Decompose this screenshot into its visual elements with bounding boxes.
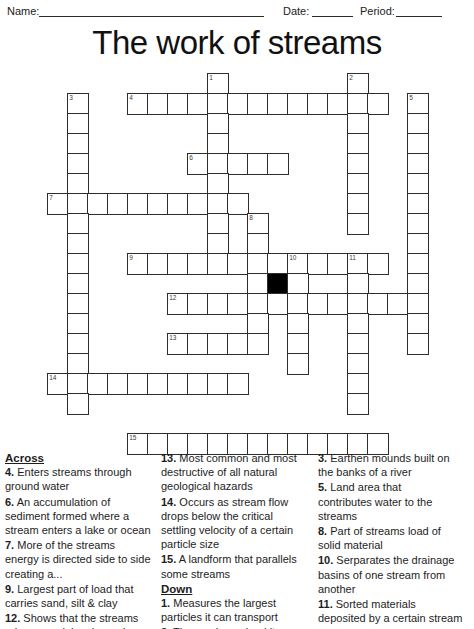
cell-number-10: 10 — [289, 254, 296, 261]
grid-cell[interactable] — [67, 193, 89, 215]
grid-cell[interactable] — [207, 113, 229, 135]
grid-cell[interactable] — [207, 93, 229, 115]
across-heading: Across — [5, 451, 159, 465]
grid-cell[interactable] — [247, 293, 269, 315]
clue-number: 9. — [5, 583, 14, 595]
grid-cell[interactable] — [347, 393, 369, 415]
grid-cell[interactable] — [67, 353, 89, 375]
clue-text: Land area that contributes water to the … — [318, 481, 432, 521]
grid-cell[interactable] — [227, 253, 249, 275]
grid-cell[interactable] — [207, 153, 229, 175]
grid-cell[interactable] — [227, 93, 249, 115]
grid-cell[interactable] — [207, 333, 229, 355]
grid-cell[interactable] — [67, 253, 89, 275]
clue-text: Serparates the drainage basins of one st… — [318, 554, 454, 594]
grid-cell[interactable] — [287, 93, 309, 115]
clue-down-8: 8. Part of streams load of solid materia… — [318, 524, 474, 552]
grid-cell[interactable] — [207, 193, 229, 215]
cell-number-1: 1 — [209, 74, 213, 81]
grid-cell[interactable] — [247, 333, 269, 355]
grid-cell[interactable] — [227, 153, 249, 175]
clue-number: 1. — [161, 597, 170, 609]
grid-cell[interactable] — [407, 113, 429, 135]
grid-cell[interactable] — [347, 113, 369, 135]
grid-cell[interactable] — [207, 213, 229, 235]
clue-down-10: 10. Serparates the drainage basins of on… — [318, 553, 474, 596]
grid-cell[interactable] — [207, 293, 229, 315]
grid-cell[interactable] — [147, 253, 169, 275]
grid-cell[interactable] — [247, 233, 269, 255]
grid-cell[interactable] — [347, 273, 369, 295]
cell-number-2: 2 — [349, 74, 353, 81]
grid-cell[interactable] — [67, 133, 89, 155]
clue-across-9: 9. Largest part of load that carries san… — [5, 582, 159, 610]
grid-cell[interactable] — [127, 193, 149, 215]
page-title: The work of streams — [0, 24, 474, 62]
grid-cell[interactable] — [307, 93, 329, 115]
grid-cell[interactable] — [87, 193, 109, 215]
grid-cell[interactable] — [67, 373, 89, 395]
grid-cell[interactable] — [307, 253, 329, 275]
clue-number: 4. — [5, 466, 14, 478]
grid-cell[interactable] — [187, 253, 209, 275]
grid-cell[interactable] — [67, 213, 89, 235]
clue-text: Sorted materials deposited by a certain … — [318, 598, 462, 624]
grid-cell[interactable] — [67, 293, 89, 315]
grid-cell[interactable] — [247, 253, 269, 275]
clue-number: 12. — [5, 612, 20, 624]
clue-number: 5. — [318, 481, 327, 493]
clues-column-middle: 13. Most common and most destructive of … — [161, 451, 318, 629]
grid-cell[interactable] — [407, 253, 429, 275]
cell-number-9: 9 — [129, 254, 133, 261]
clue-number: 8. — [318, 525, 327, 537]
grid-cell[interactable] — [347, 93, 369, 115]
clues-column-right: 3. Earthen mounds built on the banks of … — [318, 451, 474, 626]
grid-cell[interactable] — [347, 153, 369, 175]
grid-cell[interactable] — [187, 373, 209, 395]
grid-cell[interactable] — [267, 93, 289, 115]
grid-cell[interactable] — [347, 313, 369, 335]
clue-across-4: 4. Enters streams through ground water — [5, 465, 159, 493]
clue-down-2: 2. The maximum load it can carry — [161, 625, 318, 629]
cell-number-14: 14 — [49, 374, 56, 381]
grid-cell[interactable] — [67, 273, 89, 295]
clue-text: An accumulation of sediment formed where… — [5, 496, 151, 536]
date-label: Date: — [283, 5, 309, 17]
name-label: Name: — [7, 5, 39, 17]
clue-across-13: 13. Most common and most destructive of … — [161, 451, 318, 494]
grid-cell[interactable] — [167, 193, 189, 215]
grid-cell[interactable] — [107, 373, 129, 395]
clue-text: Enters streams through ground water — [5, 466, 132, 492]
grid-cell[interactable] — [227, 293, 249, 315]
grid-cell[interactable] — [207, 173, 229, 195]
grid-cell[interactable] — [247, 313, 269, 335]
clue-text: Shows that the streams primary work has … — [5, 612, 146, 629]
clue-number: 10. — [318, 554, 333, 566]
clues-column-left: Across4. Enters streams through ground w… — [5, 451, 159, 629]
cell-number-13: 13 — [169, 334, 176, 341]
grid-cell[interactable] — [67, 313, 89, 335]
grid-cell[interactable] — [67, 173, 89, 195]
cell-number-7: 7 — [49, 194, 53, 201]
period-blank-line[interactable] — [396, 2, 442, 17]
grid-cell[interactable] — [187, 93, 209, 115]
grid-cell[interactable] — [147, 373, 169, 395]
grid-cell[interactable] — [247, 273, 269, 295]
black-cell — [267, 273, 289, 295]
grid-cell[interactable] — [227, 333, 249, 355]
clue-text: Part of streams load of solid material — [318, 525, 441, 551]
grid-cell[interactable] — [267, 293, 289, 315]
clue-text: A landform that parallels some streams — [161, 553, 297, 579]
grid-cell[interactable] — [87, 373, 109, 395]
clue-number: 14. — [161, 496, 176, 508]
grid-cell[interactable] — [147, 193, 169, 215]
clue-text: Most common and most destructive of all … — [161, 452, 297, 492]
grid-cell[interactable] — [67, 233, 89, 255]
grid-cell[interactable] — [67, 113, 89, 135]
grid-cell[interactable] — [347, 133, 369, 155]
clue-down-1: 1. Measures the largest particles it can… — [161, 596, 318, 624]
grid-cell[interactable] — [407, 153, 429, 175]
grid-cell[interactable] — [287, 313, 309, 335]
grid-cell[interactable] — [207, 133, 229, 155]
clue-across-14: 14. Occurs as stream flow drops below th… — [161, 495, 318, 552]
grid-cell[interactable] — [67, 153, 89, 175]
clue-across-7: 7. More of the streams energy is directe… — [5, 538, 159, 581]
period-label: Period: — [360, 5, 395, 17]
grid-cell[interactable] — [367, 253, 389, 275]
cell-number-3: 3 — [69, 94, 73, 101]
grid-cell[interactable] — [207, 373, 229, 395]
grid-cell[interactable] — [407, 213, 429, 235]
grid-cell[interactable] — [327, 253, 349, 275]
grid-cell[interactable] — [167, 253, 189, 275]
grid-cell[interactable] — [407, 193, 429, 215]
clue-text: Largest part of load that carries sand, … — [5, 583, 133, 609]
grid-cell[interactable] — [347, 193, 369, 215]
grid-cell[interactable] — [287, 273, 309, 295]
grid-cell[interactable] — [407, 133, 429, 155]
grid-cell[interactable] — [187, 193, 209, 215]
grid-cell[interactable] — [407, 313, 429, 335]
grid-cell[interactable] — [187, 293, 209, 315]
cell-number-5: 5 — [409, 94, 413, 101]
clue-across-12: 12. Shows that the streams primary work … — [5, 611, 159, 629]
grid-cell[interactable] — [367, 293, 389, 315]
clue-text: More of the streams energy is directed s… — [5, 539, 151, 579]
crossword-grid: 123456789101112131415 — [47, 73, 430, 456]
cell-number-8: 8 — [249, 214, 253, 221]
clue-number: 15. — [161, 553, 176, 565]
grid-cell[interactable] — [267, 153, 289, 175]
grid-cell[interactable] — [347, 373, 369, 395]
grid-cell[interactable] — [387, 293, 409, 315]
clue-number: 7. — [5, 539, 14, 551]
grid-cell[interactable] — [267, 253, 289, 275]
grid-cell[interactable] — [167, 373, 189, 395]
grid-cell[interactable] — [207, 233, 229, 255]
grid-cell[interactable] — [347, 333, 369, 355]
grid-cell[interactable] — [407, 333, 429, 355]
grid-cell[interactable] — [207, 253, 229, 275]
grid-cell[interactable] — [347, 353, 369, 375]
grid-cell[interactable] — [347, 213, 369, 235]
cell-number-15: 15 — [129, 434, 136, 441]
grid-cell[interactable] — [247, 93, 269, 115]
grid-cell[interactable] — [327, 93, 349, 115]
grid-cell[interactable] — [347, 173, 369, 195]
grid-cell[interactable] — [187, 333, 209, 355]
clue-text: Earthen mounds built on the banks of a r… — [318, 452, 450, 478]
clue-text: Occurs as stream flow drops below the cr… — [161, 496, 293, 551]
grid-cell[interactable] — [127, 373, 149, 395]
clue-number: 3. — [318, 452, 327, 464]
down-heading: Down — [161, 582, 318, 596]
grid-cell[interactable] — [367, 93, 389, 115]
grid-cell[interactable] — [287, 353, 309, 375]
grid-cell[interactable] — [67, 393, 89, 415]
clue-down-11: 11. Sorted materials deposited by a cert… — [318, 597, 474, 625]
grid-cell[interactable] — [167, 93, 189, 115]
date-blank-line[interactable] — [312, 2, 353, 17]
grid-cell[interactable] — [147, 93, 169, 115]
clue-number: 11. — [318, 598, 333, 610]
grid-cell[interactable] — [307, 293, 329, 315]
grid-cell[interactable] — [227, 193, 249, 215]
clue-number: 6. — [5, 496, 14, 508]
grid-cell[interactable] — [327, 293, 349, 315]
grid-cell[interactable] — [407, 293, 429, 315]
grid-cell[interactable] — [407, 173, 429, 195]
grid-cell[interactable] — [287, 293, 309, 315]
clue-across-6: 6. An accumulation of sediment formed wh… — [5, 495, 159, 538]
cell-number-4: 4 — [129, 94, 133, 101]
grid-cell[interactable] — [287, 333, 309, 355]
name-blank-line[interactable] — [39, 2, 264, 17]
grid-cell[interactable] — [227, 373, 249, 395]
grid-cell[interactable] — [407, 273, 429, 295]
clue-number: 13. — [161, 452, 176, 464]
clue-down-5: 5. Land area that contributes water to t… — [318, 480, 474, 523]
grid-cell[interactable] — [407, 233, 429, 255]
grid-cell[interactable] — [67, 333, 89, 355]
cell-number-11: 11 — [349, 254, 356, 261]
clue-across-15: 15. A landform that parallels some strea… — [161, 552, 318, 580]
grid-cell[interactable] — [347, 293, 369, 315]
cell-number-6: 6 — [189, 154, 193, 161]
cell-number-12: 12 — [169, 294, 176, 301]
clue-down-3: 3. Earthen mounds built on the banks of … — [318, 451, 474, 479]
grid-cell[interactable] — [107, 193, 129, 215]
clue-text: Measures the largest particles it can tr… — [161, 597, 278, 623]
grid-cell[interactable] — [247, 153, 269, 175]
